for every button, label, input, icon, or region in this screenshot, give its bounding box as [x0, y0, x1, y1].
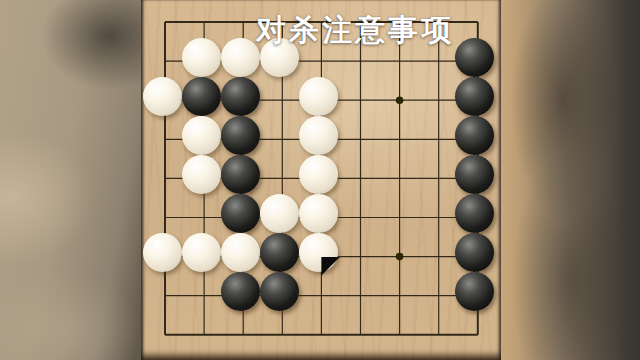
- star-point: [396, 253, 404, 261]
- black-stone[interactable]: [455, 38, 494, 77]
- video-frame: 对杀注意事项: [0, 0, 640, 360]
- black-stone[interactable]: [221, 116, 260, 155]
- black-stone[interactable]: [182, 77, 221, 116]
- star-point: [396, 96, 404, 104]
- white-stone[interactable]: [260, 194, 299, 233]
- black-stone[interactable]: [260, 272, 299, 311]
- white-stone[interactable]: [299, 233, 338, 272]
- white-stone[interactable]: [299, 116, 338, 155]
- black-stone[interactable]: [221, 77, 260, 116]
- white-stone[interactable]: [299, 155, 338, 194]
- blurred-backdrop-left: [0, 0, 141, 360]
- black-stone[interactable]: [455, 77, 494, 116]
- black-stone[interactable]: [455, 116, 494, 155]
- white-stone[interactable]: [182, 155, 221, 194]
- white-stone[interactable]: [182, 38, 221, 77]
- video-title-overlay: 对杀注意事项: [256, 10, 454, 51]
- white-stone[interactable]: [143, 77, 182, 116]
- white-stone[interactable]: [143, 233, 182, 272]
- white-stone[interactable]: [299, 194, 338, 233]
- white-stone[interactable]: [182, 233, 221, 272]
- white-stone[interactable]: [221, 38, 260, 77]
- black-stone[interactable]: [221, 155, 260, 194]
- white-stone[interactable]: [299, 77, 338, 116]
- black-stone[interactable]: [455, 155, 494, 194]
- white-stone[interactable]: [182, 116, 221, 155]
- blurred-backdrop-right: [500, 0, 640, 360]
- black-stone[interactable]: [221, 272, 260, 311]
- black-stone[interactable]: [260, 233, 299, 272]
- go-board[interactable]: [141, 0, 501, 360]
- black-stone[interactable]: [221, 194, 260, 233]
- white-stone[interactable]: [221, 233, 260, 272]
